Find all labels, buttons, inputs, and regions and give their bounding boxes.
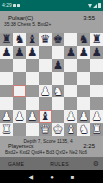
notification-icon — [13, 4, 16, 7]
square-b2[interactable]: ♟ — [13, 110, 26, 123]
square-a6[interactable] — [0, 59, 13, 72]
black-king-e8: ♚ — [53, 33, 63, 46]
square-e3[interactable] — [52, 97, 65, 110]
square-a5[interactable] — [0, 72, 13, 85]
square-h4[interactable] — [90, 85, 103, 98]
square-h2[interactable]: ♟ — [90, 110, 103, 123]
square-d6[interactable] — [39, 59, 52, 72]
white-pawn-f2: ♟ — [66, 110, 76, 123]
square-h6[interactable] — [90, 59, 103, 72]
square-e7[interactable] — [52, 46, 65, 59]
principal-variation-line: Bxd2+ Kxd2 Qxd4+ Bd3 Qxf2+ Ne2 Nc6 — [3, 149, 100, 156]
wifi-icon — [88, 4, 92, 8]
square-f1[interactable]: ♝ — [64, 123, 77, 136]
square-f5[interactable] — [64, 72, 77, 85]
square-c5[interactable] — [26, 72, 39, 85]
square-a3[interactable] — [0, 97, 13, 110]
square-h1[interactable]: ♜ — [90, 123, 103, 136]
square-h3[interactable] — [90, 97, 103, 110]
game-button[interactable]: GAME — [8, 161, 24, 167]
black-rook-a8: ♜ — [1, 33, 11, 46]
square-e4[interactable]: ♞ — [52, 85, 65, 98]
square-a4[interactable] — [0, 85, 13, 98]
white-rook-h1: ♜ — [91, 123, 101, 136]
square-e5[interactable] — [52, 72, 65, 85]
engine-analysis-stats: Depth 7, Score 1135, 4 secs — [24, 139, 84, 149]
black-pawn-e6: ♟ — [53, 59, 63, 72]
gear-icon[interactable]: ⚙ — [93, 160, 99, 167]
black-bishop-d2: ♝ — [40, 110, 50, 123]
square-e8[interactable]: ♚ — [52, 33, 65, 46]
black-pawn-f7: ♟ — [66, 46, 76, 59]
square-d1[interactable]: ♛ — [39, 123, 52, 136]
black-pawn-b7: ♟ — [14, 46, 24, 59]
square-b7[interactable]: ♟ — [13, 46, 26, 59]
square-b1[interactable] — [13, 123, 26, 136]
square-h8[interactable]: ♜ — [90, 33, 103, 46]
square-g3[interactable] — [77, 97, 90, 110]
square-a8[interactable]: ♜ — [0, 33, 13, 46]
engine-clock: 3:55 — [83, 15, 95, 22]
white-knight-g1: ♞ — [79, 123, 89, 136]
square-f7[interactable]: ♟ — [64, 46, 77, 59]
white-king-e1: ♚ — [53, 123, 63, 136]
white-pawn-g2: ♟ — [79, 110, 89, 123]
white-pawn-a2: ♟ — [1, 110, 11, 123]
white-pawn-c2: ♟ — [27, 110, 37, 123]
black-knight-g8: ♞ — [79, 33, 89, 46]
square-c6[interactable] — [26, 59, 39, 72]
black-queen-d8: ♛ — [40, 33, 50, 46]
chess-app-window: 4:29 Pulsar(C) 3:55 35:38 Chess 5. Bxd2+… — [0, 0, 103, 183]
black-pawn-a7: ♟ — [1, 46, 11, 59]
white-rook-a1: ♜ — [1, 123, 11, 136]
square-f6[interactable] — [64, 59, 77, 72]
square-e1[interactable]: ♚ — [52, 123, 65, 136]
square-g2[interactable]: ♟ — [77, 110, 90, 123]
square-e6[interactable]: ♟ — [52, 59, 65, 72]
square-b5[interactable] — [13, 72, 26, 85]
black-pawn-h7: ♟ — [91, 46, 101, 59]
white-bishop-f1: ♝ — [66, 123, 76, 136]
square-g8[interactable]: ♞ — [77, 33, 90, 46]
black-pawn-g7: ♟ — [79, 46, 89, 59]
square-g4[interactable] — [77, 85, 90, 98]
black-rook-h8: ♜ — [91, 33, 101, 46]
square-b8[interactable]: ♞ — [13, 33, 26, 46]
square-h5[interactable] — [90, 72, 103, 85]
engine-header-panel: Pulsar(C) 3:55 35:38 Chess 5. Bxd2+ — [0, 11, 103, 33]
square-a2[interactable]: ♟ — [0, 110, 13, 123]
square-g7[interactable]: ♟ — [77, 46, 90, 59]
square-f2[interactable]: ♟ — [64, 110, 77, 123]
white-pawn-d4: ♟ — [40, 85, 50, 98]
square-d8[interactable]: ♛ — [39, 33, 52, 46]
square-b4[interactable] — [13, 85, 26, 98]
square-c1[interactable] — [26, 123, 39, 136]
square-a1[interactable]: ♜ — [0, 123, 13, 136]
square-d5[interactable] — [39, 72, 52, 85]
square-c2[interactable]: ♟ — [26, 110, 39, 123]
white-queen-d1: ♛ — [40, 123, 50, 136]
square-b6[interactable] — [13, 59, 26, 72]
square-c8[interactable]: ♝ — [26, 33, 39, 46]
white-knight-e4: ♞ — [53, 85, 63, 98]
square-c4[interactable] — [26, 85, 39, 98]
square-a7[interactable]: ♟ — [0, 46, 13, 59]
square-f4[interactable] — [64, 85, 77, 98]
square-b3[interactable] — [13, 97, 26, 110]
move-info-line: 35:38 Chess 5. Bxd2+ — [3, 22, 100, 28]
square-c3[interactable] — [26, 97, 39, 110]
square-g1[interactable]: ♞ — [77, 123, 90, 136]
rules-button[interactable]: RULES — [50, 161, 69, 167]
recents-icon[interactable]: ■ — [71, 174, 75, 180]
square-h7[interactable]: ♟ — [90, 46, 103, 59]
white-pawn-h2: ♟ — [91, 110, 101, 123]
square-d4[interactable]: ♟ — [39, 85, 52, 98]
android-status-bar: 4:29 — [0, 0, 103, 11]
status-bar-clock: 4:29 — [2, 3, 12, 8]
chess-board[interactable]: ♜♞♝♛♚♞♜♟♟♟♟♟♟♟♟♞♟♟♟♝♟♟♟♜♛♚♝♞♜ — [0, 33, 103, 136]
square-d3[interactable] — [39, 97, 52, 110]
square-f8[interactable] — [64, 33, 77, 46]
player-info-panel: Player Depth 7, Score 1135, 4 secs 2:25 … — [0, 136, 103, 157]
square-g5[interactable] — [77, 72, 90, 85]
back-icon[interactable]: ◀ — [29, 174, 34, 180]
square-d2[interactable]: ♝ — [39, 110, 52, 123]
home-icon[interactable]: ● — [50, 174, 54, 180]
square-c7[interactable]: ♟ — [26, 46, 39, 59]
notification-icon — [17, 4, 20, 7]
square-e2[interactable] — [52, 110, 65, 123]
signal-icon — [93, 4, 97, 8]
action-button-bar: GAME RULES ⚙ — [0, 157, 103, 170]
battery-icon — [98, 3, 101, 8]
black-pawn-c7: ♟ — [27, 46, 37, 59]
black-bishop-c8: ♝ — [27, 33, 37, 46]
black-knight-b8: ♞ — [14, 33, 24, 46]
square-d7[interactable] — [39, 46, 52, 59]
square-f3[interactable] — [64, 97, 77, 110]
engine-name: Pulsar(C) — [8, 15, 33, 22]
android-nav-bar: ◀ ● ■ — [0, 170, 103, 183]
square-g6[interactable] — [77, 59, 90, 72]
white-pawn-b2: ♟ — [14, 110, 24, 123]
